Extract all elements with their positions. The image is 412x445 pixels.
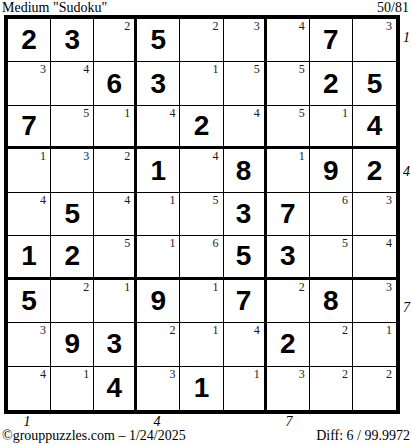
pencil-mark: 4 bbox=[254, 324, 260, 337]
pencil-mark: 1 bbox=[213, 281, 219, 294]
cell-value: 9 bbox=[137, 280, 179, 322]
cell-r6c6[interactable]: 5 bbox=[224, 236, 267, 279]
cell-r3c7[interactable]: 5 bbox=[267, 106, 310, 149]
cell-r9c7[interactable]: 3 bbox=[267, 367, 310, 410]
cell-r9c2[interactable]: 1 bbox=[51, 367, 94, 410]
cell-r2c6[interactable]: 5 bbox=[224, 62, 267, 105]
cell-r9c8[interactable]: 2 bbox=[310, 367, 353, 410]
cell-r1c1[interactable]: 2 bbox=[8, 19, 51, 62]
pencil-mark: 2 bbox=[213, 20, 219, 33]
cell-r5c1[interactable]: 4 bbox=[8, 193, 51, 236]
cell-r7c2[interactable]: 2 bbox=[51, 280, 94, 323]
pencil-mark: 3 bbox=[299, 368, 305, 381]
cell-value: 7 bbox=[267, 193, 309, 235]
cell-value: 2 bbox=[310, 62, 352, 104]
pencil-mark: 1 bbox=[386, 324, 392, 337]
pencil-mark: 3 bbox=[386, 194, 392, 207]
cell-value: 7 bbox=[310, 19, 352, 61]
pencil-mark: 4 bbox=[169, 107, 175, 120]
copyright-date: ©grouppuzzles.com – 1/24/2025 bbox=[2, 428, 186, 444]
cell-r7c8[interactable]: 8 bbox=[310, 280, 353, 323]
pencil-mark: 1 bbox=[254, 368, 260, 381]
cell-value: 2 bbox=[353, 149, 396, 191]
cell-value: 2 bbox=[180, 106, 222, 146]
row-label-7: 7 bbox=[403, 300, 412, 316]
cell-value: 3 bbox=[94, 323, 134, 365]
cell-r7c6[interactable]: 7 bbox=[224, 280, 267, 323]
cell-value: 2 bbox=[267, 323, 309, 365]
cell-value: 5 bbox=[137, 19, 179, 61]
cell-value: 4 bbox=[353, 106, 396, 146]
cell-r6c5[interactable]: 6 bbox=[180, 236, 223, 279]
pencil-mark: 1 bbox=[83, 368, 89, 381]
cell-r9c6[interactable]: 1 bbox=[224, 367, 267, 410]
cell-r3c5[interactable]: 2 bbox=[180, 106, 223, 149]
pencil-mark: 4 bbox=[299, 20, 305, 33]
cell-r3c9[interactable]: 4 bbox=[353, 106, 396, 149]
pencil-mark: 2 bbox=[124, 150, 130, 163]
cell-r8c9[interactable]: 1 bbox=[353, 323, 396, 366]
cells-counter: 50/81 bbox=[377, 0, 409, 16]
cell-value: 1 bbox=[8, 236, 50, 276]
pencil-mark: 6 bbox=[213, 237, 219, 250]
cell-r5c9[interactable]: 3 bbox=[353, 193, 396, 236]
cell-r3c3[interactable]: 1 bbox=[94, 106, 137, 149]
cell-r8c3[interactable]: 3 bbox=[94, 323, 137, 366]
cell-r2c5[interactable]: 1 bbox=[180, 62, 223, 105]
cell-r8c7[interactable]: 2 bbox=[267, 323, 310, 366]
cell-r5c6[interactable]: 3 bbox=[224, 193, 267, 236]
pencil-mark: 5 bbox=[342, 237, 348, 250]
row-label-1: 1 bbox=[403, 30, 412, 46]
pencil-mark: 2 bbox=[342, 324, 348, 337]
cell-r1c2[interactable]: 3 bbox=[51, 19, 94, 62]
cell-r6c9[interactable]: 4 bbox=[353, 236, 396, 279]
pencil-mark: 4 bbox=[254, 107, 260, 120]
cell-r9c1[interactable]: 4 bbox=[8, 367, 51, 410]
page-title: Medium "Sudoku" bbox=[2, 0, 107, 16]
cell-r8c1[interactable]: 3 bbox=[8, 323, 51, 366]
cell-value: 8 bbox=[310, 280, 352, 322]
pencil-mark: 4 bbox=[124, 194, 130, 207]
cell-r6c2[interactable]: 2 bbox=[51, 236, 94, 279]
cell-r7c1[interactable]: 5 bbox=[8, 280, 51, 323]
pencil-mark: 5 bbox=[83, 107, 89, 120]
cell-value: 2 bbox=[8, 19, 50, 61]
pencil-mark: 2 bbox=[83, 281, 89, 294]
pencil-mark: 1 bbox=[124, 281, 130, 294]
sudoku-page: Medium "Sudoku" 50/81 232523473346315525… bbox=[0, 0, 412, 445]
row-label-4: 4 bbox=[403, 164, 412, 180]
pencil-mark: 1 bbox=[342, 107, 348, 120]
cell-r4c9[interactable]: 2 bbox=[353, 149, 396, 192]
cell-value: 9 bbox=[310, 149, 352, 191]
pencil-mark: 5 bbox=[299, 107, 305, 120]
cell-r4c6[interactable]: 8 bbox=[224, 149, 267, 192]
cell-value: 9 bbox=[51, 323, 93, 365]
cell-r3c6[interactable]: 4 bbox=[224, 106, 267, 149]
pencil-mark: 6 bbox=[342, 194, 348, 207]
pencil-mark: 5 bbox=[124, 237, 130, 250]
cell-r2c2[interactable]: 4 bbox=[51, 62, 94, 105]
cell-r4c7[interactable]: 1 bbox=[267, 149, 310, 192]
pencil-mark: 1 bbox=[213, 324, 219, 337]
cell-value: 7 bbox=[8, 106, 50, 146]
pencil-mark: 4 bbox=[40, 368, 46, 381]
cell-value: 3 bbox=[51, 19, 93, 61]
cell-r2c7[interactable]: 5 bbox=[267, 62, 310, 105]
cell-r2c4[interactable]: 3 bbox=[137, 62, 180, 105]
cell-r1c4[interactable]: 5 bbox=[137, 19, 180, 62]
cell-r8c6[interactable]: 4 bbox=[224, 323, 267, 366]
cell-r1c3[interactable]: 2 bbox=[94, 19, 137, 62]
cell-r2c3[interactable]: 6 bbox=[94, 62, 137, 105]
cell-value: 3 bbox=[224, 193, 264, 235]
cell-r2c8[interactable]: 2 bbox=[310, 62, 353, 105]
pencil-mark: 1 bbox=[169, 194, 175, 207]
cell-r1c8[interactable]: 7 bbox=[310, 19, 353, 62]
pencil-mark: 1 bbox=[124, 107, 130, 120]
cell-r9c5[interactable]: 1 bbox=[180, 367, 223, 410]
cell-r8c5[interactable]: 1 bbox=[180, 323, 223, 366]
pencil-mark: 3 bbox=[169, 368, 175, 381]
cell-value: 3 bbox=[137, 62, 179, 104]
cell-r8c2[interactable]: 9 bbox=[51, 323, 94, 366]
footer: ©grouppuzzles.com – 1/24/2025 Diff: 6 / … bbox=[2, 428, 410, 444]
cell-r4c8[interactable]: 9 bbox=[310, 149, 353, 192]
cell-r7c9[interactable]: 3 bbox=[353, 280, 396, 323]
cell-r6c8[interactable]: 5 bbox=[310, 236, 353, 279]
cell-r3c8[interactable]: 1 bbox=[310, 106, 353, 149]
cell-r1c9[interactable]: 3 bbox=[353, 19, 396, 62]
pencil-mark: 3 bbox=[254, 20, 260, 33]
pencil-mark: 5 bbox=[299, 63, 305, 76]
pencil-mark: 2 bbox=[169, 324, 175, 337]
difficulty-rating: Diff: 6 / 99.9972 bbox=[316, 428, 410, 444]
cell-r3c2[interactable]: 5 bbox=[51, 106, 94, 149]
cell-r4c3[interactable]: 2 bbox=[94, 149, 137, 192]
pencil-mark: 3 bbox=[386, 281, 392, 294]
pencil-mark: 1 bbox=[213, 63, 219, 76]
pencil-mark: 1 bbox=[299, 150, 305, 163]
pencil-mark: 5 bbox=[213, 194, 219, 207]
pencil-mark: 4 bbox=[386, 237, 392, 250]
cell-value: 6 bbox=[94, 62, 134, 104]
cell-r6c7[interactable]: 3 bbox=[267, 236, 310, 279]
cell-r4c4[interactable]: 1 bbox=[137, 149, 180, 192]
cell-r1c5[interactable]: 2 bbox=[180, 19, 223, 62]
pencil-mark: 3 bbox=[83, 150, 89, 163]
pencil-mark: 1 bbox=[169, 237, 175, 250]
cell-r8c8[interactable]: 2 bbox=[310, 323, 353, 366]
pencil-mark: 2 bbox=[299, 281, 305, 294]
sudoku-grid: 2325234733463155257514245141321481924541… bbox=[4, 15, 400, 414]
cell-r6c3[interactable]: 5 bbox=[94, 236, 137, 279]
cell-r5c7[interactable]: 7 bbox=[267, 193, 310, 236]
cell-r5c4[interactable]: 1 bbox=[137, 193, 180, 236]
pencil-mark: 2 bbox=[342, 368, 348, 381]
cell-r7c4[interactable]: 9 bbox=[137, 280, 180, 323]
pencil-mark: 3 bbox=[40, 63, 46, 76]
cell-r9c9[interactable]: 2 bbox=[353, 367, 396, 410]
cell-r8c4[interactable]: 2 bbox=[137, 323, 180, 366]
cell-r4c2[interactable]: 3 bbox=[51, 149, 94, 192]
pencil-mark: 2 bbox=[386, 368, 392, 381]
cell-r3c4[interactable]: 4 bbox=[137, 106, 180, 149]
cell-r7c7[interactable]: 2 bbox=[267, 280, 310, 323]
pencil-mark: 3 bbox=[386, 20, 392, 33]
cell-r2c9[interactable]: 5 bbox=[353, 62, 396, 105]
cell-r4c1[interactable]: 1 bbox=[8, 149, 51, 192]
cell-r6c1[interactable]: 1 bbox=[8, 236, 51, 279]
cell-r1c7[interactable]: 4 bbox=[267, 19, 310, 62]
cell-value: 1 bbox=[137, 149, 179, 191]
cell-value: 5 bbox=[224, 236, 264, 276]
cell-r5c5[interactable]: 5 bbox=[180, 193, 223, 236]
pencil-mark: 4 bbox=[83, 63, 89, 76]
cell-value: 5 bbox=[51, 193, 93, 235]
cell-r7c3[interactable]: 1 bbox=[94, 280, 137, 323]
cell-r4c5[interactable]: 4 bbox=[180, 149, 223, 192]
cell-value: 1 bbox=[180, 367, 222, 410]
cell-r5c2[interactable]: 5 bbox=[51, 193, 94, 236]
pencil-mark: 3 bbox=[40, 324, 46, 337]
cell-r6c4[interactable]: 1 bbox=[137, 236, 180, 279]
cell-value: 4 bbox=[94, 367, 134, 410]
cell-r2c1[interactable]: 3 bbox=[8, 62, 51, 105]
cell-r5c3[interactable]: 4 bbox=[94, 193, 137, 236]
cell-r9c4[interactable]: 3 bbox=[137, 367, 180, 410]
pencil-mark: 5 bbox=[254, 63, 260, 76]
pencil-mark: 4 bbox=[213, 150, 219, 163]
pencil-mark: 4 bbox=[40, 194, 46, 207]
cell-r9c3[interactable]: 4 bbox=[94, 367, 137, 410]
cell-r7c5[interactable]: 1 bbox=[180, 280, 223, 323]
pencil-mark: 2 bbox=[124, 20, 130, 33]
cell-value: 3 bbox=[267, 236, 309, 276]
cell-r3c1[interactable]: 7 bbox=[8, 106, 51, 149]
pencil-mark: 1 bbox=[40, 150, 46, 163]
cell-value: 8 bbox=[224, 149, 264, 191]
cell-value: 5 bbox=[353, 62, 396, 104]
cell-value: 5 bbox=[8, 280, 50, 322]
cell-r1c6[interactable]: 3 bbox=[224, 19, 267, 62]
cell-r5c8[interactable]: 6 bbox=[310, 193, 353, 236]
cell-value: 7 bbox=[224, 280, 264, 322]
cell-value: 2 bbox=[51, 236, 93, 276]
